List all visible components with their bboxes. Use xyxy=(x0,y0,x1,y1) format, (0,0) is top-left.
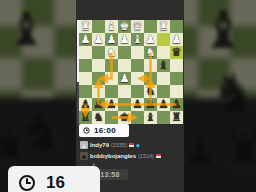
square-f5[interactable] xyxy=(105,72,118,85)
white-bishop-d2[interactable]: ♝ xyxy=(131,33,144,46)
white-clock: 16:00 xyxy=(79,124,129,137)
square-g2[interactable]: ♟ xyxy=(92,33,105,46)
player-name[interactable]: bobbybojangles xyxy=(90,153,136,159)
square-f7[interactable]: ♟ xyxy=(105,98,118,111)
square-c4[interactable] xyxy=(144,59,157,72)
white-pawn-e5[interactable]: ♟ xyxy=(118,72,131,85)
square-h3[interactable] xyxy=(79,46,92,59)
square-f8[interactable] xyxy=(105,111,118,124)
country-flag-icon xyxy=(129,143,134,147)
black-bishop-c8[interactable]: ♝ xyxy=(144,111,157,124)
square-b4[interactable]: ♝ xyxy=(157,59,170,72)
white-pawn-h2[interactable]: ♟ xyxy=(79,33,92,46)
square-b8[interactable] xyxy=(157,111,170,124)
avatar: ♙ xyxy=(80,141,88,149)
black-clock-time: 13:58 xyxy=(100,171,119,178)
square-c8[interactable]: ♝ xyxy=(144,111,157,124)
square-e3[interactable] xyxy=(118,46,131,59)
square-h8[interactable]: ♜ xyxy=(79,111,92,124)
square-h4[interactable] xyxy=(79,59,92,72)
square-e5[interactable]: ♟ xyxy=(118,72,131,85)
square-d7[interactable]: ♟ xyxy=(131,98,144,111)
square-d2[interactable]: ♝ xyxy=(131,33,144,46)
avatar: ♚ xyxy=(80,152,88,160)
square-f3[interactable]: ♞ xyxy=(105,46,118,59)
square-g8[interactable]: ♞ xyxy=(92,111,105,124)
square-a4[interactable] xyxy=(170,59,183,72)
clock-icon xyxy=(18,174,36,192)
white-knight-c3[interactable]: ♞ xyxy=(144,46,157,59)
square-c3[interactable]: ♞ xyxy=(144,46,157,59)
square-g5[interactable] xyxy=(92,72,105,85)
square-e8[interactable]: ♚ xyxy=(118,111,131,124)
black-bishop-b4[interactable]: ♝ xyxy=(157,59,170,72)
square-b1[interactable]: ♜ xyxy=(157,20,170,33)
white-clock-time: 16:00 xyxy=(94,126,116,135)
white-pawn-g2[interactable]: ♟ xyxy=(92,33,105,46)
player-row-black[interactable]: ♚ bobbybojangles (1514) xyxy=(80,152,161,160)
square-a5[interactable] xyxy=(170,72,183,85)
black-rook-h8[interactable]: ♜ xyxy=(79,111,92,124)
player-rating: (1514) xyxy=(138,153,154,159)
square-b2[interactable] xyxy=(157,33,170,46)
square-g4[interactable] xyxy=(92,59,105,72)
clock-icon xyxy=(83,127,90,134)
square-e2[interactable]: ♟ xyxy=(118,33,131,46)
player-rating: (1535) xyxy=(111,142,127,148)
white-knight-f3[interactable]: ♞ xyxy=(105,46,118,59)
big-clock-text: 16 xyxy=(46,173,65,192)
black-pawn-b7[interactable]: ♟ xyxy=(157,98,170,111)
square-d8[interactable] xyxy=(131,111,144,124)
background-bishop-icon: ♝ xyxy=(200,0,247,60)
black-rook-a8[interactable]: ♜ xyxy=(170,111,183,124)
player-row-white[interactable]: ♙ Indy79 (1535) ◆ xyxy=(80,141,140,149)
black-king-e8[interactable]: ♚ xyxy=(118,111,131,124)
black-queen-a3[interactable]: ♛ xyxy=(170,46,183,59)
square-d4[interactable] xyxy=(131,59,144,72)
square-a3[interactable]: ♛ xyxy=(170,46,183,59)
background-bishop-icon: ♝ xyxy=(6,2,47,56)
chess-board[interactable]: ♜♝♚♛♜♟♟♟♟♝♟♟♞♞♛♝♟♞♟♟♟♟♟♟♟♜♞♚♝♜ xyxy=(79,20,183,124)
square-d5[interactable] xyxy=(131,72,144,85)
player-name[interactable]: Indy79 xyxy=(90,142,109,148)
square-h2[interactable]: ♟ xyxy=(79,33,92,46)
background-left-blur: ♝ ♞ ♜ xyxy=(0,0,80,192)
black-pawn-f7[interactable]: ♟ xyxy=(105,98,118,111)
square-f4[interactable] xyxy=(105,59,118,72)
background-right-blur: ♝ ♞ ♜ ♟ xyxy=(176,0,256,192)
square-b5[interactable] xyxy=(157,72,170,85)
square-e6[interactable] xyxy=(118,85,131,98)
background-rook-icon: ♜ xyxy=(220,120,256,183)
membership-diamond-icon: ◆ xyxy=(136,143,140,147)
square-b7[interactable]: ♟ xyxy=(157,98,170,111)
black-knight-g8[interactable]: ♞ xyxy=(92,111,105,124)
square-a8[interactable]: ♜ xyxy=(170,111,183,124)
background-pawn-icon: ♟ xyxy=(182,128,218,174)
square-g3[interactable] xyxy=(92,46,105,59)
background-big-clock: 16 xyxy=(8,166,100,192)
white-rook-b1[interactable]: ♜ xyxy=(157,20,170,33)
background-knight-icon: ♞ xyxy=(210,62,256,125)
black-pawn-d7[interactable]: ♟ xyxy=(131,98,144,111)
video-column: ♜♝♚♛♜♟♟♟♟♝♟♟♞♞♛♝♟♞♟♟♟♟♟♟♟♜♞♚♝♜ 16:00 ♙ I… xyxy=(76,0,184,192)
square-d3[interactable] xyxy=(131,46,144,59)
video-frame: ♝ ♞ ♜ ♝ ♞ ♜ ♟ 16 ♜♝♚♛♜♟♟♟♟♝♟♟♞♞♛♝♟♞♟♟♟♟♟… xyxy=(0,0,256,192)
white-pawn-e2[interactable]: ♟ xyxy=(118,33,131,46)
country-flag-icon xyxy=(156,154,161,158)
square-h5[interactable] xyxy=(79,72,92,85)
